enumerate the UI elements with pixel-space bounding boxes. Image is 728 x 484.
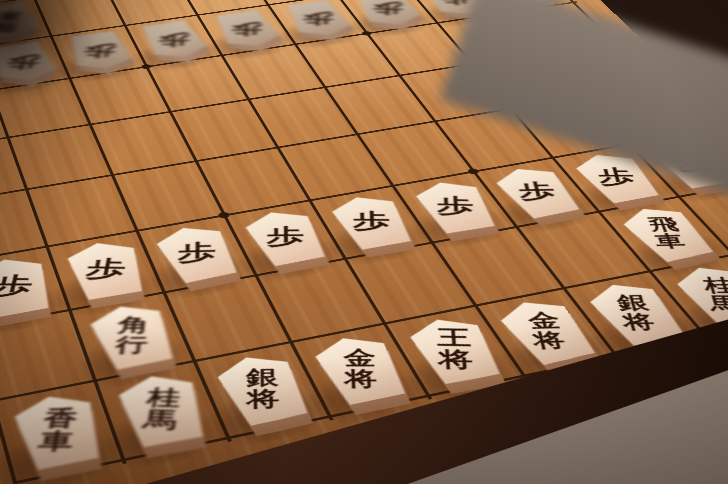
piece-kanji: 王将 [408, 318, 503, 382]
piece-kanji: 歩 [284, 2, 352, 36]
shogi-photo-scene: 香車桂馬銀将金将玉将金将銀将桂馬香車角行飛車歩歩歩歩歩歩歩歩歩歩歩歩歩歩歩歩歩歩… [0, 0, 728, 484]
piece-kanji: 桂馬 [108, 374, 214, 445]
piece-kanji: 歩 [212, 12, 281, 47]
piece-black-lance: 香車 [0, 382, 125, 484]
piece-kanji: 金将 [495, 300, 600, 363]
piece-kanji: 歩 [492, 167, 583, 216]
piece-kanji: 歩 [57, 241, 153, 297]
piece-kanji: 銀将 [215, 355, 311, 423]
piece-black-pawn: 歩 [0, 247, 72, 329]
piece-kanji: 角行 [83, 305, 180, 366]
piece-kanji: 金将 [314, 337, 409, 401]
piece-kanji: 歩 [154, 225, 240, 280]
piece-kanji: 歩 [331, 196, 414, 247]
piece-kanji: 歩 [415, 181, 498, 232]
piece-kanji: 歩 [243, 211, 327, 263]
piece-kanji: 香車 [2, 395, 112, 466]
piece-kanji: 歩 [354, 0, 422, 26]
piece-kanji: 歩 [59, 33, 138, 70]
piece-kanji: 歩 [138, 22, 208, 59]
piece-kanji: 歩 [0, 44, 63, 81]
piece-white-pawn: 歩 [0, 37, 72, 91]
